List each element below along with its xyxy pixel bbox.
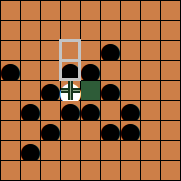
cell-r3c7[interactable]: [141, 61, 160, 80]
cell-r3c3[interactable]: ●: [61, 61, 80, 80]
cell-r8c2[interactable]: [41, 161, 60, 180]
cell-r7c7[interactable]: [141, 141, 160, 160]
cell-r0c5[interactable]: [101, 1, 120, 20]
cell-r7c5[interactable]: [101, 141, 120, 160]
cell-r1c1[interactable]: [21, 21, 40, 40]
cell-r4c1[interactable]: [21, 81, 40, 100]
cell-r5c2[interactable]: [41, 101, 60, 120]
cell-r2c1[interactable]: [21, 41, 40, 60]
cell-r4c6[interactable]: [121, 81, 140, 100]
cell-r3c5[interactable]: [101, 61, 120, 80]
cell-r4c2[interactable]: ●: [41, 81, 60, 100]
cell-r3c6[interactable]: [121, 61, 140, 80]
cell-r3c8[interactable]: [161, 61, 180, 80]
cell-r5c3[interactable]: ●: [61, 101, 80, 120]
cell-r5c4[interactable]: ●: [81, 101, 100, 120]
cell-r6c3[interactable]: [61, 121, 80, 140]
cell-r8c8[interactable]: [161, 161, 180, 180]
cell-r3c2[interactable]: [41, 61, 60, 80]
cell-r0c2[interactable]: [41, 1, 60, 20]
cell-r5c7[interactable]: [141, 101, 160, 120]
cell-r2c2[interactable]: [41, 41, 60, 60]
cell-r0c7[interactable]: [141, 1, 160, 20]
cell-r5c5[interactable]: [101, 101, 120, 120]
cell-r0c8[interactable]: [161, 1, 180, 20]
cell-r6c8[interactable]: [161, 121, 180, 140]
cell-r7c6[interactable]: [121, 141, 140, 160]
cell-r7c4[interactable]: [81, 141, 100, 160]
cell-r7c0[interactable]: [1, 141, 20, 160]
cell-r6c0[interactable]: [1, 121, 20, 140]
cell-r7c8[interactable]: [161, 141, 180, 160]
cell-r8c4[interactable]: [81, 161, 100, 180]
cell-r2c5[interactable]: ●: [101, 41, 120, 60]
cell-r0c0[interactable]: [1, 1, 20, 20]
cell-r1c7[interactable]: [141, 21, 160, 40]
cell-r1c8[interactable]: [161, 21, 180, 40]
cell-r0c6[interactable]: [121, 1, 140, 20]
cell-r1c0[interactable]: [1, 21, 20, 40]
cell-r2c0[interactable]: [1, 41, 20, 60]
cell-r2c7[interactable]: [141, 41, 160, 60]
cell-r0c3[interactable]: [61, 1, 80, 20]
cell-r3c0[interactable]: ●: [1, 61, 20, 80]
cell-r8c5[interactable]: [101, 161, 120, 180]
cell-r2c8[interactable]: [161, 41, 180, 60]
cell-r6c1[interactable]: [21, 121, 40, 140]
cell-r8c6[interactable]: [121, 161, 140, 180]
cross-marker-vertical: [68, 81, 73, 100]
cell-r4c7[interactable]: [141, 81, 160, 100]
cell-r7c3[interactable]: [61, 141, 80, 160]
cell-r0c1[interactable]: [21, 1, 40, 20]
cell-r2c3[interactable]: [61, 41, 80, 60]
cell-r4c5[interactable]: ●: [101, 81, 120, 100]
cell-r8c1[interactable]: [21, 161, 40, 180]
cell-r1c4[interactable]: [81, 21, 100, 40]
cell-r6c7[interactable]: [141, 121, 160, 140]
cell-r3c1[interactable]: [21, 61, 40, 80]
cross-marker-horizontal: [61, 88, 80, 93]
cell-r6c2[interactable]: ●: [41, 121, 60, 140]
cell-r3c4[interactable]: ●: [81, 61, 100, 80]
cell-r4c8[interactable]: [161, 81, 180, 100]
cell-r5c1[interactable]: ●: [21, 101, 40, 120]
cell-r2c4[interactable]: [81, 41, 100, 60]
cell-r8c7[interactable]: [141, 161, 160, 180]
cell-r1c3[interactable]: [61, 21, 80, 40]
cell-r4c3[interactable]: ●: [61, 81, 80, 100]
cell-r6c5[interactable]: ●: [101, 121, 120, 140]
cell-r5c8[interactable]: [161, 101, 180, 120]
cell-r1c6[interactable]: [121, 21, 140, 40]
cell-r6c6[interactable]: ●: [121, 121, 140, 140]
cell-r2c6[interactable]: [121, 41, 140, 60]
cell-r5c0[interactable]: [1, 101, 20, 120]
cell-r7c1[interactable]: ●: [21, 141, 40, 160]
cell-r1c5[interactable]: [101, 21, 120, 40]
green-square-marker[interactable]: [81, 81, 100, 100]
cell-r1c2[interactable]: [41, 21, 60, 40]
cell-r5c6[interactable]: ●: [121, 101, 140, 120]
game-board: ●●●●●●●●●●●●●●●: [0, 0, 181, 181]
cell-r8c3[interactable]: [61, 161, 80, 180]
cell-r7c2[interactable]: [41, 141, 60, 160]
cell-r4c0[interactable]: [1, 81, 20, 100]
cell-r0c4[interactable]: [81, 1, 100, 20]
cell-r6c4[interactable]: [81, 121, 100, 140]
cell-r8c0[interactable]: [1, 161, 20, 180]
